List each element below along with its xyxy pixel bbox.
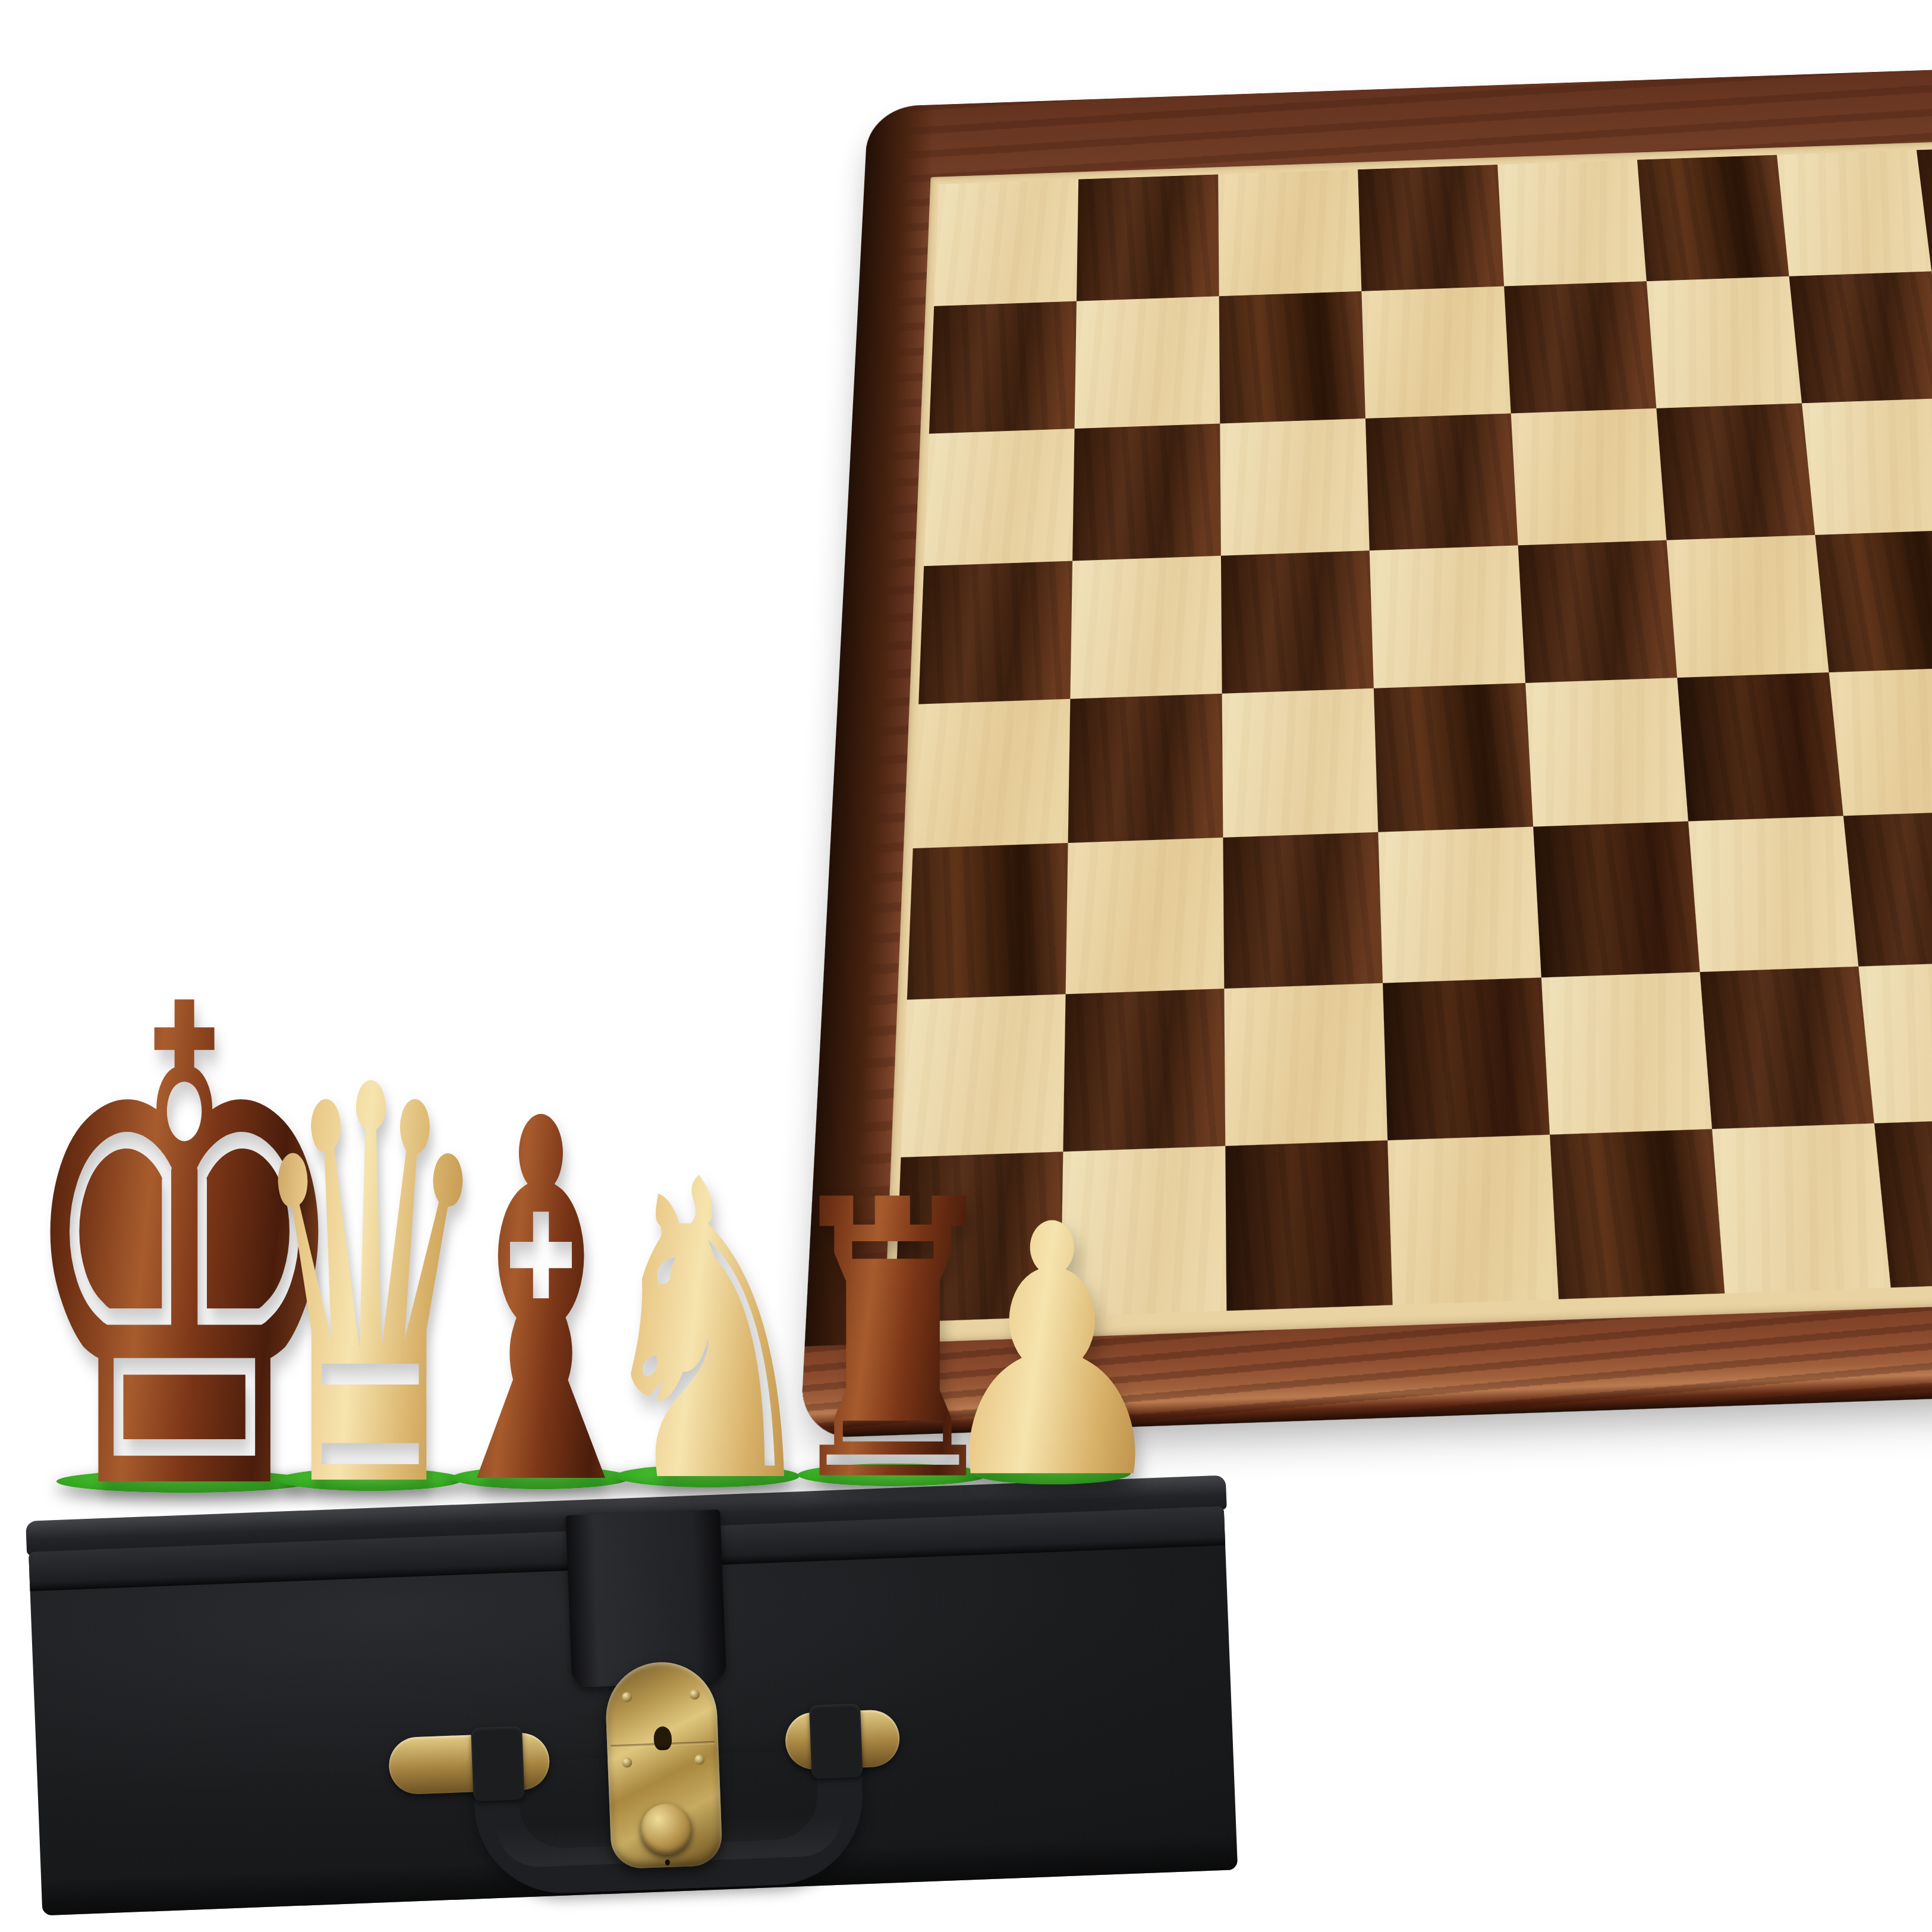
- latch-push-button: [640, 1802, 693, 1855]
- screw-icon: [694, 1754, 705, 1765]
- handle-strap-wrap-left: [471, 1726, 525, 1801]
- screw-icon: [622, 1757, 633, 1768]
- latch-pin: [665, 1859, 669, 1865]
- keyhole-icon: [653, 1726, 672, 1751]
- screw-icon: [690, 1689, 700, 1700]
- handle-strap-wrap-right: [809, 1703, 863, 1779]
- handle-mount-left: [388, 1732, 550, 1795]
- screw-icon: [622, 1692, 633, 1703]
- pawn-glyph: ♟: [928, 1180, 1176, 1527]
- product-photo: ♚♛♝♞♜♟: [0, 0, 1932, 1932]
- brass-latch-plate: [604, 1660, 723, 1870]
